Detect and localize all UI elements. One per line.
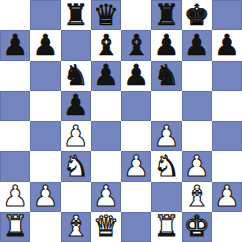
square-h8[interactable] bbox=[212, 0, 242, 30]
square-c5[interactable]: ♟ bbox=[61, 91, 91, 121]
square-d3[interactable] bbox=[91, 151, 121, 181]
square-d8[interactable]: ♛ bbox=[91, 0, 121, 30]
square-d6[interactable]: ♟ bbox=[91, 61, 121, 91]
square-d2[interactable]: ♟ bbox=[91, 182, 121, 212]
black-rook-icon: ♜ bbox=[63, 1, 89, 30]
square-h7[interactable]: ♟ bbox=[212, 30, 242, 60]
square-f3[interactable]: ♞ bbox=[151, 151, 181, 181]
black-pawn-icon: ♟ bbox=[2, 31, 28, 60]
square-f7[interactable]: ♟ bbox=[151, 30, 181, 60]
square-e6[interactable]: ♟ bbox=[121, 61, 151, 91]
square-a5[interactable] bbox=[0, 91, 30, 121]
black-bishop-icon: ♝ bbox=[123, 31, 149, 60]
square-g8[interactable]: ♚ bbox=[182, 0, 212, 30]
square-f8[interactable]: ♜ bbox=[151, 0, 181, 30]
square-b6[interactable] bbox=[30, 61, 60, 91]
square-c8[interactable]: ♜ bbox=[61, 0, 91, 30]
square-a6[interactable] bbox=[0, 61, 30, 91]
square-h5[interactable] bbox=[212, 91, 242, 121]
square-h4[interactable] bbox=[212, 121, 242, 151]
black-pawn-icon: ♟ bbox=[32, 31, 58, 60]
square-d1[interactable]: ♛ bbox=[91, 212, 121, 242]
square-g2[interactable]: ♝ bbox=[182, 182, 212, 212]
white-pawn-icon: ♟ bbox=[184, 152, 210, 181]
white-pawn-icon: ♟ bbox=[214, 182, 240, 211]
white-king-icon: ♚ bbox=[184, 212, 210, 241]
white-pawn-icon: ♟ bbox=[63, 122, 89, 151]
square-c1[interactable]: ♝ bbox=[61, 212, 91, 242]
square-e3[interactable]: ♟ bbox=[121, 151, 151, 181]
black-knight-icon: ♞ bbox=[63, 61, 89, 90]
square-f4[interactable]: ♟ bbox=[151, 121, 181, 151]
square-e1[interactable] bbox=[121, 212, 151, 242]
white-pawn-icon: ♟ bbox=[93, 182, 119, 211]
square-a7[interactable]: ♟ bbox=[0, 30, 30, 60]
square-g5[interactable] bbox=[182, 91, 212, 121]
square-e7[interactable]: ♝ bbox=[121, 30, 151, 60]
square-b7[interactable]: ♟ bbox=[30, 30, 60, 60]
square-b3[interactable] bbox=[30, 151, 60, 181]
black-pawn-icon: ♟ bbox=[123, 61, 149, 90]
square-b8[interactable] bbox=[30, 0, 60, 30]
white-rook-icon: ♜ bbox=[2, 212, 28, 241]
white-knight-icon: ♞ bbox=[63, 152, 89, 181]
black-king-icon: ♚ bbox=[184, 1, 210, 30]
white-rook-icon: ♜ bbox=[153, 212, 179, 241]
square-h3[interactable] bbox=[212, 151, 242, 181]
square-d7[interactable]: ♝ bbox=[91, 30, 121, 60]
black-bishop-icon: ♝ bbox=[93, 31, 119, 60]
square-b1[interactable] bbox=[30, 212, 60, 242]
square-e4[interactable] bbox=[121, 121, 151, 151]
square-e8[interactable] bbox=[121, 0, 151, 30]
black-pawn-icon: ♟ bbox=[93, 61, 119, 90]
square-g7[interactable]: ♟ bbox=[182, 30, 212, 60]
white-knight-icon: ♞ bbox=[153, 152, 179, 181]
black-pawn-icon: ♟ bbox=[63, 91, 89, 120]
square-f1[interactable]: ♜ bbox=[151, 212, 181, 242]
white-bishop-icon: ♝ bbox=[63, 212, 89, 241]
square-d5[interactable] bbox=[91, 91, 121, 121]
square-g6[interactable] bbox=[182, 61, 212, 91]
square-h6[interactable] bbox=[212, 61, 242, 91]
black-queen-icon: ♛ bbox=[93, 1, 119, 30]
square-g1[interactable]: ♚ bbox=[182, 212, 212, 242]
square-b5[interactable] bbox=[30, 91, 60, 121]
black-pawn-icon: ♟ bbox=[153, 31, 179, 60]
square-a2[interactable]: ♟ bbox=[0, 182, 30, 212]
square-h2[interactable]: ♟ bbox=[212, 182, 242, 212]
square-c6[interactable]: ♞ bbox=[61, 61, 91, 91]
square-e5[interactable] bbox=[121, 91, 151, 121]
square-e2[interactable] bbox=[121, 182, 151, 212]
chess-board: ♜♛♜♚♟♟♝♝♟♟♟♞♟♟♞♟♟♟♞♟♞♟♟♟♟♝♟♜♝♛♜♚ bbox=[0, 0, 242, 242]
white-bishop-icon: ♝ bbox=[184, 182, 210, 211]
square-g4[interactable] bbox=[182, 121, 212, 151]
square-h1[interactable] bbox=[212, 212, 242, 242]
black-knight-icon: ♞ bbox=[153, 61, 179, 90]
white-pawn-icon: ♟ bbox=[153, 122, 179, 151]
black-pawn-icon: ♟ bbox=[184, 31, 210, 60]
black-pawn-icon: ♟ bbox=[214, 31, 240, 60]
square-a3[interactable] bbox=[0, 151, 30, 181]
white-queen-icon: ♛ bbox=[93, 212, 119, 241]
square-d4[interactable] bbox=[91, 121, 121, 151]
square-c7[interactable] bbox=[61, 30, 91, 60]
square-b4[interactable] bbox=[30, 121, 60, 151]
white-pawn-icon: ♟ bbox=[32, 182, 58, 211]
black-rook-icon: ♜ bbox=[153, 1, 179, 30]
square-f6[interactable]: ♞ bbox=[151, 61, 181, 91]
square-g3[interactable]: ♟ bbox=[182, 151, 212, 181]
square-c3[interactable]: ♞ bbox=[61, 151, 91, 181]
white-pawn-icon: ♟ bbox=[2, 182, 28, 211]
square-c2[interactable] bbox=[61, 182, 91, 212]
square-a4[interactable] bbox=[0, 121, 30, 151]
square-b2[interactable]: ♟ bbox=[30, 182, 60, 212]
square-f5[interactable] bbox=[151, 91, 181, 121]
square-f2[interactable] bbox=[151, 182, 181, 212]
white-pawn-icon: ♟ bbox=[123, 152, 149, 181]
square-a8[interactable] bbox=[0, 0, 30, 30]
square-c4[interactable]: ♟ bbox=[61, 121, 91, 151]
square-a1[interactable]: ♜ bbox=[0, 212, 30, 242]
